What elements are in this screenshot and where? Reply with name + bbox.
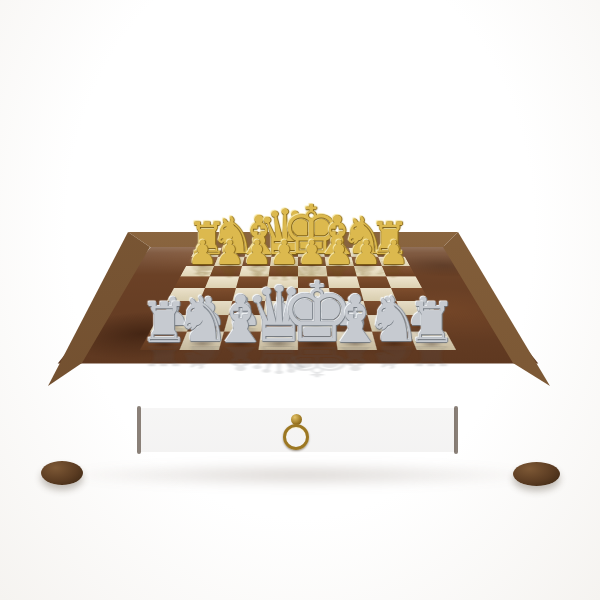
square-c6[interactable]: [239, 266, 270, 276]
square-f7[interactable]: [325, 257, 354, 266]
square-a3[interactable]: [159, 301, 200, 315]
square-g3[interactable]: [364, 301, 403, 315]
square-h7[interactable]: [378, 257, 410, 266]
square-g5[interactable]: [357, 276, 391, 288]
square-a8[interactable]: [191, 248, 221, 257]
square-b8[interactable]: [218, 248, 247, 257]
square-e2[interactable]: [298, 315, 335, 331]
square-d8[interactable]: [271, 248, 298, 257]
square-e5[interactable]: [298, 276, 329, 288]
square-b6[interactable]: [210, 266, 242, 276]
square-g4[interactable]: [360, 288, 396, 301]
square-f1[interactable]: [335, 332, 377, 351]
square-c8[interactable]: [245, 248, 273, 257]
square-h4[interactable]: [391, 288, 429, 301]
square-f4[interactable]: [329, 288, 364, 301]
chess-set-photo: ♜♜♞♞♝♝♛♛♚♚♝♝♞♞♜♜♟♟♟♟♟♟♟♟♟♟♟♟♟♟♟♟♟♟♟♟♟♟♟♟…: [0, 0, 600, 600]
square-c1[interactable]: [219, 332, 261, 351]
square-g6[interactable]: [354, 266, 386, 276]
square-g2[interactable]: [368, 315, 409, 331]
square-e7[interactable]: [298, 257, 326, 266]
square-b7[interactable]: [214, 257, 245, 266]
square-f5[interactable]: [327, 276, 360, 288]
square-b1[interactable]: [179, 332, 224, 351]
square-h2[interactable]: [402, 315, 446, 331]
square-a4[interactable]: [167, 288, 205, 301]
square-d6[interactable]: [269, 266, 298, 276]
square-e6[interactable]: [298, 266, 327, 276]
square-d5[interactable]: [267, 276, 298, 288]
square-e4[interactable]: [298, 288, 331, 301]
square-a1[interactable]: [140, 332, 187, 351]
square-b5[interactable]: [205, 276, 239, 288]
square-d2[interactable]: [261, 315, 298, 331]
square-d1[interactable]: [258, 332, 298, 351]
square-h5[interactable]: [386, 276, 422, 288]
square-c4[interactable]: [232, 288, 267, 301]
square-g7[interactable]: [351, 257, 382, 266]
square-a7[interactable]: [186, 257, 218, 266]
square-g1[interactable]: [372, 332, 417, 351]
square-d3[interactable]: [263, 301, 298, 315]
square-d4[interactable]: [265, 288, 298, 301]
square-e3[interactable]: [298, 301, 333, 315]
square-f6[interactable]: [326, 266, 357, 276]
square-b4[interactable]: [200, 288, 236, 301]
square-c7[interactable]: [242, 257, 271, 266]
square-d7[interactable]: [270, 257, 298, 266]
square-a5[interactable]: [174, 276, 210, 288]
square-b3[interactable]: [194, 301, 233, 315]
square-a2[interactable]: [150, 315, 194, 331]
square-c5[interactable]: [236, 276, 269, 288]
square-f3[interactable]: [331, 301, 368, 315]
square-f2[interactable]: [333, 315, 372, 331]
square-h1[interactable]: [409, 332, 456, 351]
square-c3[interactable]: [228, 301, 265, 315]
chessboard-grid: [140, 248, 456, 350]
square-f8[interactable]: [323, 248, 351, 257]
square-e8[interactable]: [298, 248, 325, 257]
board-scene: [0, 0, 600, 600]
square-h8[interactable]: [374, 248, 404, 257]
square-b2[interactable]: [187, 315, 228, 331]
square-h3[interactable]: [396, 301, 437, 315]
square-e1[interactable]: [298, 332, 338, 351]
square-h6[interactable]: [382, 266, 416, 276]
square-g8[interactable]: [349, 248, 378, 257]
square-a6[interactable]: [180, 266, 214, 276]
square-c2[interactable]: [224, 315, 263, 331]
